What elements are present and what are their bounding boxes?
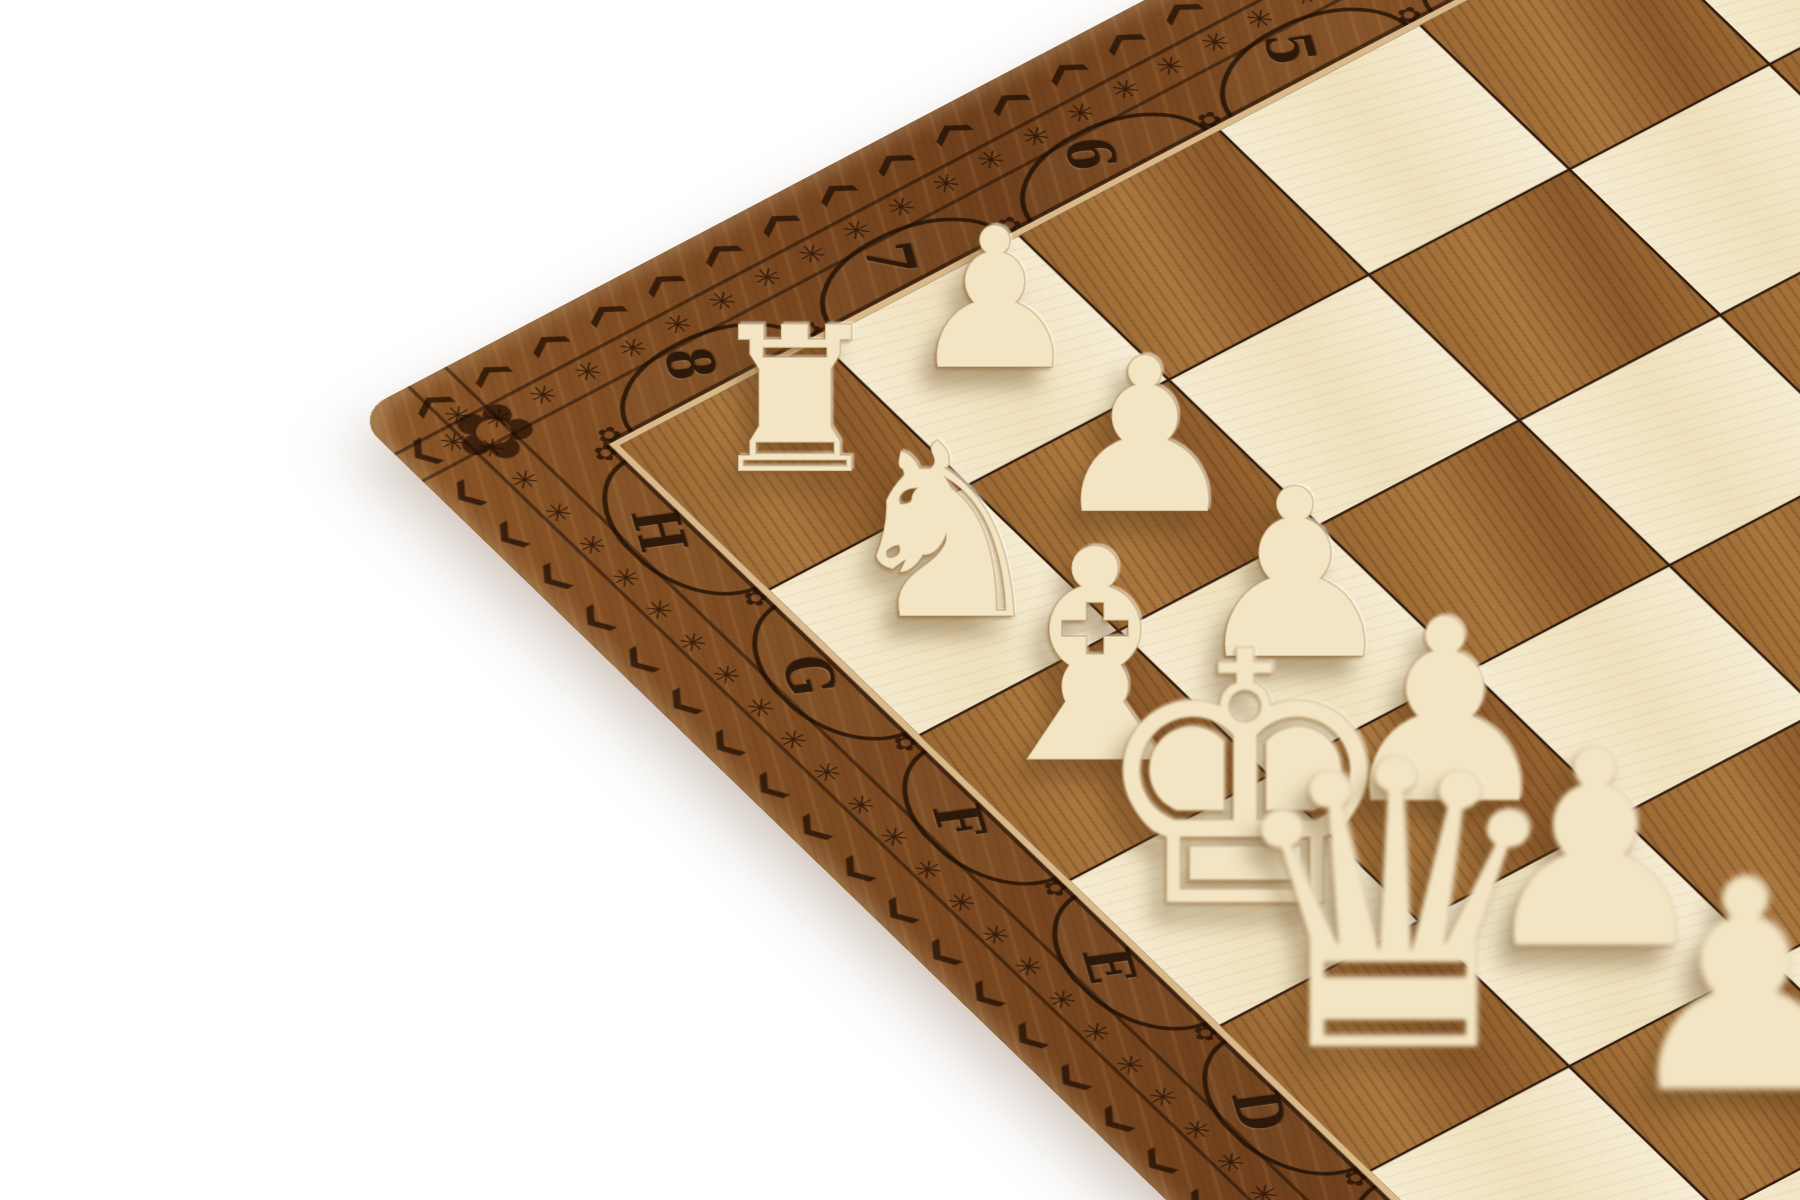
product-photo-stage: Overhead angled photo of a hand-carved w…: [0, 0, 1800, 1200]
pieces-layer: ♜♞♝♚♛♟♟♟♟♟♟: [0, 0, 1800, 1200]
piece-white-queen-d8[interactable]: ♛: [1216, 677, 1573, 1141]
piece-white-pawn-c7[interactable]: ♟: [1614, 818, 1800, 1159]
